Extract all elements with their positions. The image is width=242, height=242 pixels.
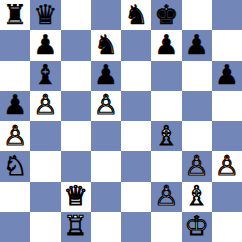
black-pawn[interactable]: ♟ <box>33 31 57 58</box>
square-g2[interactable]: ♗ <box>182 182 212 212</box>
white-bishop[interactable]: ♗ <box>185 182 209 209</box>
square-a5[interactable]: ♟ <box>0 91 30 121</box>
square-c5[interactable] <box>61 91 91 121</box>
square-a6[interactable] <box>0 61 30 91</box>
square-a3[interactable]: ♘ <box>0 151 30 181</box>
square-h1[interactable] <box>212 212 242 242</box>
square-h7[interactable] <box>212 30 242 60</box>
square-b7[interactable]: ♟ <box>30 30 60 60</box>
square-e8[interactable]: ♞ <box>121 0 151 30</box>
square-c1[interactable]: ♖ <box>61 212 91 242</box>
black-knight[interactable]: ♞ <box>124 1 148 28</box>
square-h2[interactable] <box>212 182 242 212</box>
white-rook[interactable]: ♖ <box>64 212 88 239</box>
square-c2[interactable]: ♕ <box>61 182 91 212</box>
white-king[interactable]: ♔ <box>185 212 209 239</box>
square-c7[interactable] <box>61 30 91 60</box>
square-f5[interactable] <box>151 91 181 121</box>
square-g6[interactable] <box>182 61 212 91</box>
square-f8[interactable]: ♚ <box>151 0 181 30</box>
square-g7[interactable]: ♟ <box>182 30 212 60</box>
square-b6[interactable]: ♝ <box>30 61 60 91</box>
square-d8[interactable] <box>91 0 121 30</box>
black-knight[interactable]: ♞ <box>94 31 118 58</box>
square-a8[interactable]: ♜ <box>0 0 30 30</box>
square-b8[interactable]: ♛ <box>30 0 60 30</box>
square-a4[interactable]: ♙ <box>0 121 30 151</box>
white-knight[interactable]: ♘ <box>3 152 27 179</box>
black-pawn[interactable]: ♟ <box>94 61 118 88</box>
white-pawn[interactable]: ♙ <box>33 91 57 118</box>
square-e1[interactable] <box>121 212 151 242</box>
square-d4[interactable] <box>91 121 121 151</box>
square-g5[interactable] <box>182 91 212 121</box>
white-queen[interactable]: ♕ <box>64 182 88 209</box>
square-d6[interactable]: ♟ <box>91 61 121 91</box>
square-c6[interactable] <box>61 61 91 91</box>
black-pawn[interactable]: ♟ <box>185 31 209 58</box>
square-e2[interactable] <box>121 182 151 212</box>
white-pawn[interactable]: ♙ <box>154 182 178 209</box>
square-g1[interactable]: ♔ <box>182 212 212 242</box>
white-pawn[interactable]: ♙ <box>215 152 239 179</box>
square-c4[interactable] <box>61 121 91 151</box>
square-b3[interactable] <box>30 151 60 181</box>
square-b1[interactable] <box>30 212 60 242</box>
square-b2[interactable] <box>30 182 60 212</box>
square-h4[interactable] <box>212 121 242 151</box>
square-h3[interactable]: ♙ <box>212 151 242 181</box>
square-h6[interactable]: ♟ <box>212 61 242 91</box>
black-rook[interactable]: ♜ <box>3 1 27 28</box>
square-f2[interactable]: ♙ <box>151 182 181 212</box>
square-d2[interactable] <box>91 182 121 212</box>
square-g3[interactable]: ♙ <box>182 151 212 181</box>
square-a1[interactable] <box>0 212 30 242</box>
square-e7[interactable] <box>121 30 151 60</box>
square-c3[interactable] <box>61 151 91 181</box>
square-b5[interactable]: ♙ <box>30 91 60 121</box>
white-pawn[interactable]: ♙ <box>185 152 209 179</box>
white-pawn[interactable]: ♙ <box>94 91 118 118</box>
square-d1[interactable] <box>91 212 121 242</box>
square-e5[interactable] <box>121 91 151 121</box>
square-h5[interactable] <box>212 91 242 121</box>
square-h8[interactable] <box>212 0 242 30</box>
square-f7[interactable]: ♟ <box>151 30 181 60</box>
white-pawn[interactable]: ♙ <box>3 122 27 149</box>
square-e6[interactable] <box>121 61 151 91</box>
black-bishop[interactable]: ♝ <box>33 61 57 88</box>
square-g4[interactable] <box>182 121 212 151</box>
square-b4[interactable] <box>30 121 60 151</box>
square-d7[interactable]: ♞ <box>91 30 121 60</box>
square-a2[interactable] <box>0 182 30 212</box>
square-c8[interactable] <box>61 0 91 30</box>
square-e4[interactable] <box>121 121 151 151</box>
black-pawn[interactable]: ♟ <box>3 91 27 118</box>
square-d3[interactable] <box>91 151 121 181</box>
black-king[interactable]: ♚ <box>154 1 178 28</box>
square-e3[interactable] <box>121 151 151 181</box>
black-queen[interactable]: ♛ <box>33 1 57 28</box>
black-pawn[interactable]: ♟ <box>215 61 239 88</box>
square-f6[interactable] <box>151 61 181 91</box>
white-bishop[interactable]: ♗ <box>154 122 178 149</box>
square-f1[interactable] <box>151 212 181 242</box>
square-f3[interactable] <box>151 151 181 181</box>
square-g8[interactable] <box>182 0 212 30</box>
chess-board: ♜♛♞♚♟♞♟♟♝♟♟♟♙♙♙♗♘♙♙♕♙♗♖♔ <box>0 0 242 242</box>
square-a7[interactable] <box>0 30 30 60</box>
square-f4[interactable]: ♗ <box>151 121 181 151</box>
square-d5[interactable]: ♙ <box>91 91 121 121</box>
black-pawn[interactable]: ♟ <box>154 31 178 58</box>
